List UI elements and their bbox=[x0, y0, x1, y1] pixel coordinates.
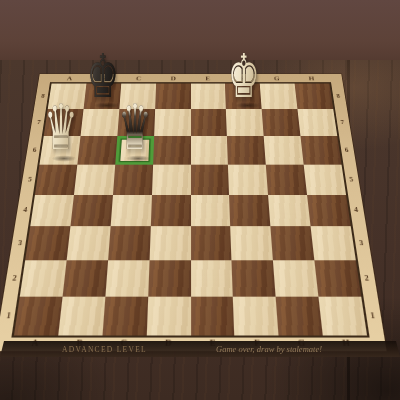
square-c4[interactable] bbox=[110, 195, 151, 227]
square-e3[interactable] bbox=[191, 227, 232, 261]
square-b3[interactable] bbox=[66, 227, 110, 261]
square-g7[interactable] bbox=[262, 109, 301, 136]
square-f1[interactable] bbox=[233, 297, 279, 336]
square-f7[interactable] bbox=[226, 109, 264, 136]
square-f2[interactable] bbox=[232, 261, 276, 297]
square-a5[interactable] bbox=[35, 164, 77, 194]
square-f5[interactable] bbox=[228, 164, 268, 194]
square-d3[interactable] bbox=[149, 227, 190, 261]
square-h4[interactable] bbox=[307, 195, 351, 227]
square-d1[interactable] bbox=[146, 297, 190, 336]
square-g1[interactable] bbox=[276, 297, 323, 336]
square-h3[interactable] bbox=[311, 227, 356, 261]
game-over-message: Game over, draw by stalemate! bbox=[216, 344, 322, 354]
square-d4[interactable] bbox=[150, 195, 190, 227]
king-icon: ♚ bbox=[228, 46, 260, 106]
square-c5[interactable] bbox=[113, 164, 153, 194]
background-wall bbox=[0, 0, 400, 62]
square-e4[interactable] bbox=[191, 195, 231, 227]
scene: ABCDEFGH ABCDEFGH 87654321 87654321 ADVA… bbox=[0, 0, 400, 400]
piece-white-queen-c6[interactable]: ♛ bbox=[107, 96, 163, 159]
square-b2[interactable] bbox=[62, 261, 107, 297]
square-f6[interactable] bbox=[227, 136, 266, 164]
square-c1[interactable] bbox=[102, 297, 148, 336]
square-h2[interactable] bbox=[315, 261, 362, 297]
square-a2[interactable] bbox=[20, 261, 67, 297]
square-h6[interactable] bbox=[301, 136, 342, 164]
square-e1[interactable] bbox=[191, 297, 235, 336]
square-b4[interactable] bbox=[70, 195, 112, 227]
board-front-edge: ADVANCED LEVEL Game over, draw by stalem… bbox=[0, 341, 400, 357]
square-b5[interactable] bbox=[74, 164, 115, 194]
square-a4[interactable] bbox=[30, 195, 74, 227]
square-e7[interactable] bbox=[191, 109, 228, 136]
square-a1[interactable] bbox=[14, 297, 62, 336]
square-c3[interactable] bbox=[108, 227, 151, 261]
square-h8[interactable] bbox=[295, 84, 334, 109]
square-e6[interactable] bbox=[191, 136, 229, 164]
square-a3[interactable] bbox=[25, 227, 70, 261]
square-g6[interactable] bbox=[264, 136, 304, 164]
piece-white-king-f8[interactable]: ♚ bbox=[217, 46, 271, 106]
file-label-d: D bbox=[156, 74, 191, 83]
square-e2[interactable] bbox=[191, 261, 234, 297]
piece-white-queen-a6[interactable]: ♛ bbox=[33, 96, 89, 159]
square-h1[interactable] bbox=[319, 297, 367, 336]
square-g3[interactable] bbox=[271, 227, 315, 261]
square-g4[interactable] bbox=[268, 195, 310, 227]
square-f3[interactable] bbox=[231, 227, 274, 261]
square-e5[interactable] bbox=[191, 164, 230, 194]
square-b1[interactable] bbox=[58, 297, 105, 336]
square-d2[interactable] bbox=[148, 261, 191, 297]
square-g5[interactable] bbox=[266, 164, 307, 194]
square-h5[interactable] bbox=[304, 164, 346, 194]
level-label: ADVANCED LEVEL bbox=[62, 345, 147, 354]
file-label-h: H bbox=[294, 74, 330, 83]
square-f4[interactable] bbox=[229, 195, 270, 227]
square-d5[interactable] bbox=[152, 164, 191, 194]
square-c2[interactable] bbox=[105, 261, 149, 297]
square-g2[interactable] bbox=[273, 261, 318, 297]
queen-icon: ♛ bbox=[118, 96, 152, 159]
queen-icon: ♛ bbox=[44, 96, 78, 159]
square-h7[interactable] bbox=[298, 109, 338, 136]
